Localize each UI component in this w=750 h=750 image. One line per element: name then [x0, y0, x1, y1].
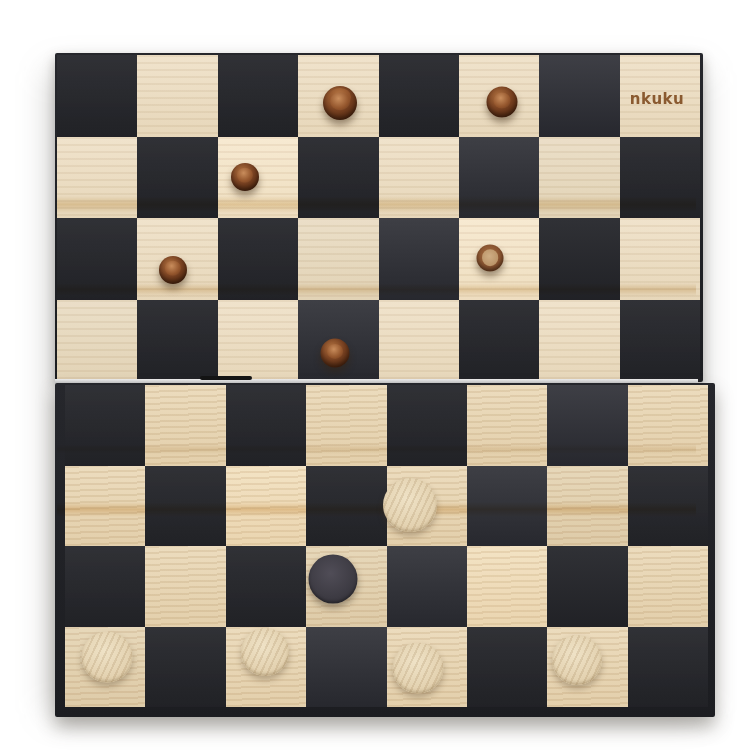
square-h3[interactable] [628, 466, 708, 547]
square-c8[interactable] [218, 55, 298, 137]
square-f1[interactable] [467, 627, 547, 708]
square-d7[interactable] [298, 137, 378, 219]
square-e4[interactable] [387, 385, 467, 466]
square-b4[interactable] [145, 385, 225, 466]
piece-light-disc-e1[interactable] [393, 643, 444, 694]
square-g2[interactable] [547, 546, 627, 627]
square-e2[interactable] [387, 546, 467, 627]
square-g5[interactable] [539, 300, 619, 382]
piece-brown-pawn-f6[interactable] [477, 245, 504, 272]
square-e7[interactable] [379, 137, 459, 219]
fold-hinge-mark [200, 376, 252, 380]
square-c5[interactable] [218, 300, 298, 382]
square-c2[interactable] [226, 546, 306, 627]
square-b7[interactable] [137, 137, 217, 219]
square-h2[interactable] [628, 546, 708, 627]
square-a8[interactable] [57, 55, 137, 137]
square-a3[interactable] [65, 466, 145, 547]
square-e8[interactable] [379, 55, 459, 137]
square-b1[interactable] [145, 627, 225, 708]
square-f3[interactable] [467, 466, 547, 547]
square-e6[interactable] [379, 218, 459, 300]
square-c6[interactable] [218, 218, 298, 300]
square-a2[interactable] [65, 546, 145, 627]
square-b5[interactable] [137, 300, 217, 382]
square-g4[interactable] [547, 385, 627, 466]
square-a6[interactable] [57, 218, 137, 300]
square-h6[interactable] [620, 218, 700, 300]
square-d3[interactable] [306, 466, 386, 547]
square-c4[interactable] [226, 385, 306, 466]
fold-seam [55, 379, 698, 383]
square-h7[interactable] [620, 137, 700, 219]
square-c3[interactable] [226, 466, 306, 547]
square-h5[interactable] [620, 300, 700, 382]
piece-light-disc-g1[interactable] [552, 635, 602, 685]
piece-brown-pawn-f8[interactable] [487, 87, 518, 118]
square-g7[interactable] [539, 137, 619, 219]
square-f2[interactable] [467, 546, 547, 627]
square-d6[interactable] [298, 218, 378, 300]
board-lower-half [55, 383, 715, 717]
piece-light-disc-e3[interactable] [383, 478, 437, 532]
square-b2[interactable] [145, 546, 225, 627]
square-d1[interactable] [306, 627, 386, 708]
square-b3[interactable] [145, 466, 225, 547]
square-h4[interactable] [628, 385, 708, 466]
piece-brown-pawn-d5[interactable] [321, 339, 350, 368]
square-f7[interactable] [459, 137, 539, 219]
photo-stage: nkuku [0, 0, 750, 750]
square-a7[interactable] [57, 137, 137, 219]
square-g6[interactable] [539, 218, 619, 300]
square-d4[interactable] [306, 385, 386, 466]
square-f5[interactable] [459, 300, 539, 382]
board-upper-half [55, 53, 703, 382]
square-a5[interactable] [57, 300, 137, 382]
square-e5[interactable] [379, 300, 459, 382]
square-b8[interactable] [137, 55, 217, 137]
square-g3[interactable] [547, 466, 627, 547]
square-a4[interactable] [65, 385, 145, 466]
piece-brown-pawn-b6[interactable] [159, 256, 187, 284]
piece-brown-pawn-c7[interactable] [231, 163, 259, 191]
piece-light-disc-c1[interactable] [241, 628, 289, 676]
square-h1[interactable] [628, 627, 708, 708]
square-f4[interactable] [467, 385, 547, 466]
piece-light-disc-a1[interactable] [82, 632, 133, 683]
brand-logo: nkuku [630, 90, 685, 108]
square-g8[interactable] [539, 55, 619, 137]
piece-brown-pawn-d8[interactable] [323, 86, 357, 120]
piece-dark-disc-d2[interactable] [309, 555, 358, 604]
